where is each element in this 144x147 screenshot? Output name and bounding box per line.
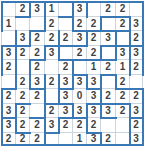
- clue-cell-r2c6[interactable]: 2: [73, 17, 86, 30]
- clue-cell-r9c10[interactable]: 2: [130, 118, 142, 132]
- clue-cell-r10c3[interactable]: 2: [30, 133, 44, 144]
- clue-cell-r1c6[interactable]: 3: [73, 2, 86, 16]
- empty-cell-r5c6[interactable]: [73, 60, 86, 74]
- clue-cell-r5c9[interactable]: 1: [116, 60, 129, 74]
- empty-cell-r1c10[interactable]: [130, 2, 142, 16]
- clue-cell-r8c2[interactable]: 2: [16, 104, 29, 117]
- clue-cell-r9c5[interactable]: 2: [59, 118, 72, 132]
- clue-cell-r3c4[interactable]: 2: [45, 31, 58, 45]
- empty-cell-r7c4[interactable]: [45, 89, 58, 103]
- clue-cell-r7c1[interactable]: 2: [2, 89, 15, 103]
- clue-cell-r10c6[interactable]: 1: [73, 133, 86, 144]
- empty-cell-r6c10[interactable]: [130, 75, 142, 88]
- clue-cell-r5c7[interactable]: 1: [87, 60, 100, 74]
- empty-cell-r10c5[interactable]: [59, 133, 72, 144]
- clue-cell-r4c3[interactable]: 2: [30, 46, 44, 59]
- empty-cell-r1c5[interactable]: [59, 2, 72, 16]
- clue-cell-r5c10[interactable]: 2: [130, 60, 142, 74]
- empty-cell-r1c7[interactable]: [87, 2, 100, 16]
- empty-cell-r2c3[interactable]: [30, 17, 44, 30]
- clue-cell-r2c10[interactable]: 3: [130, 17, 142, 30]
- empty-cell-r3c9[interactable]: [116, 31, 129, 45]
- clue-cell-r6c3[interactable]: 3: [30, 75, 44, 88]
- clue-cell-r5c3[interactable]: 2: [30, 60, 44, 74]
- clue-cell-r2c1[interactable]: 1: [2, 17, 15, 30]
- clue-cell-r8c10[interactable]: 3: [130, 104, 142, 117]
- clue-cell-r10c1[interactable]: 2: [2, 133, 15, 144]
- clue-cell-r1c3[interactable]: 3: [30, 2, 44, 16]
- empty-cell-r4c8[interactable]: [101, 46, 115, 59]
- clue-cell-r7c6[interactable]: 0: [73, 89, 86, 103]
- clue-cell-r8c8[interactable]: 3: [101, 104, 115, 117]
- clue-cell-r7c3[interactable]: 2: [30, 89, 44, 103]
- clue-cell-r8c1[interactable]: 3: [2, 104, 15, 117]
- empty-cell-r2c8[interactable]: [101, 17, 115, 30]
- clue-cell-r7c7[interactable]: 3: [87, 89, 100, 103]
- clue-cell-r3c10[interactable]: 2: [130, 31, 142, 45]
- empty-cell-r5c4[interactable]: [45, 60, 58, 74]
- clue-cell-r4c4[interactable]: 3: [45, 46, 58, 59]
- empty-cell-r3c1[interactable]: [2, 31, 15, 45]
- clue-cell-r4c6[interactable]: 2: [73, 46, 86, 59]
- clue-cell-r9c2[interactable]: 2: [16, 118, 29, 132]
- clue-cell-r5c1[interactable]: 2: [2, 60, 15, 74]
- clue-cell-r6c2[interactable]: 2: [16, 75, 29, 88]
- empty-cell-r5c2[interactable]: [16, 60, 29, 74]
- clue-cell-r8c7[interactable]: 3: [87, 104, 100, 117]
- empty-cell-r9c8[interactable]: [101, 118, 115, 132]
- clue-cell-r6c4[interactable]: 2: [45, 75, 58, 88]
- clue-cell-r10c8[interactable]: 2: [101, 133, 115, 144]
- empty-cell-r8c3[interactable]: [30, 104, 44, 117]
- empty-cell-r10c9[interactable]: [116, 133, 129, 144]
- clue-cell-r2c9[interactable]: 2: [116, 17, 129, 30]
- loop-edge-v-r10-c10[interactable]: [142, 132, 144, 146]
- empty-cell-r6c1[interactable]: [2, 75, 15, 88]
- loop-edge-v-r5-c10[interactable]: [142, 59, 144, 76]
- clue-cell-r10c2[interactable]: 2: [16, 133, 29, 144]
- clue-cell-r10c7[interactable]: 3: [87, 133, 100, 144]
- clue-cell-r7c8[interactable]: 2: [101, 89, 115, 103]
- empty-cell-r1c1[interactable]: [2, 2, 15, 16]
- clue-cell-r2c7[interactable]: 2: [87, 17, 100, 30]
- clue-cell-r9c6[interactable]: 2: [73, 118, 86, 132]
- clue-cell-r6c6[interactable]: 3: [73, 75, 86, 88]
- empty-cell-r4c5[interactable]: [59, 46, 72, 59]
- clue-cell-r5c5[interactable]: 2: [59, 60, 72, 74]
- clue-cell-r2c4[interactable]: 2: [45, 17, 58, 30]
- clue-cell-r4c10[interactable]: 3: [130, 46, 142, 59]
- empty-cell-r9c9[interactable]: [116, 118, 129, 132]
- clue-cell-r7c10[interactable]: 2: [130, 89, 142, 103]
- empty-cell-r10c4[interactable]: [45, 133, 58, 144]
- empty-cell-r2c2[interactable]: [16, 17, 29, 30]
- empty-cell-r6c8[interactable]: [101, 75, 115, 88]
- clue-cell-r3c8[interactable]: 3: [101, 31, 115, 45]
- clue-cell-r4c9[interactable]: 3: [116, 46, 129, 59]
- clue-cell-r9c7[interactable]: 2: [87, 118, 100, 132]
- clue-cell-r9c4[interactable]: 3: [45, 118, 58, 132]
- clue-cell-r1c4[interactable]: 1: [45, 2, 58, 16]
- clue-cell-r6c9[interactable]: 2: [116, 75, 129, 88]
- clue-cell-r3c3[interactable]: 2: [30, 31, 44, 45]
- clue-cell-r7c2[interactable]: 2: [16, 89, 29, 103]
- clue-cell-r10c10[interactable]: 3: [130, 133, 142, 144]
- clue-cell-r4c7[interactable]: 2: [87, 46, 100, 59]
- clue-cell-r8c6[interactable]: 3: [73, 104, 86, 117]
- clue-cell-r8c5[interactable]: 3: [59, 104, 72, 117]
- clue-cell-r3c7[interactable]: 2: [87, 31, 100, 45]
- clue-cell-r9c3[interactable]: 2: [30, 118, 44, 132]
- clue-cell-r3c2[interactable]: 3: [16, 31, 29, 45]
- clue-cell-r1c2[interactable]: 2: [16, 2, 29, 16]
- clue-cell-r8c9[interactable]: 2: [116, 104, 129, 117]
- clue-cell-r1c9[interactable]: 2: [116, 2, 129, 16]
- clue-cell-r3c6[interactable]: 3: [73, 31, 86, 45]
- clue-cell-r5c8[interactable]: 2: [101, 60, 115, 74]
- clue-cell-r6c5[interactable]: 3: [59, 75, 72, 88]
- clue-cell-r4c1[interactable]: 3: [2, 46, 15, 59]
- clue-cell-r4c2[interactable]: 2: [16, 46, 29, 59]
- clue-cell-r3c5[interactable]: 2: [59, 31, 72, 45]
- clue-cell-r7c5[interactable]: 3: [59, 89, 72, 103]
- slitherlink-board: 2313221222233222323232232233222121223233…: [0, 0, 144, 147]
- clue-cell-r6c7[interactable]: 3: [87, 75, 100, 88]
- empty-cell-r2c5[interactable]: [59, 17, 72, 30]
- clue-cell-r7c9[interactable]: 2: [116, 89, 129, 103]
- clue-cell-r8c4[interactable]: 2: [45, 104, 58, 117]
- clue-cell-r1c8[interactable]: 2: [101, 2, 115, 16]
- clue-cell-r9c1[interactable]: 3: [2, 118, 15, 132]
